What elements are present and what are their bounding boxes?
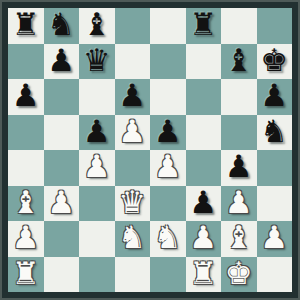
square-g6[interactable] xyxy=(221,79,257,115)
square-d3[interactable]: ♛ xyxy=(115,186,151,222)
square-g5[interactable] xyxy=(221,115,257,151)
board-frame: ♜♞♝♜♟♛♝♚♟♟♟♟♟♟♞♟♟♟♝♟♛♟♟♟♞♞♟♝♟♜♜♚ xyxy=(0,0,300,300)
square-f7[interactable] xyxy=(186,44,222,80)
piece-black-pawn[interactable]: ♟ xyxy=(47,45,75,76)
piece-black-queen[interactable]: ♛ xyxy=(83,45,111,76)
square-c7[interactable]: ♛ xyxy=(79,44,115,80)
square-f4[interactable] xyxy=(186,150,222,186)
piece-black-pawn[interactable]: ♟ xyxy=(154,116,182,147)
piece-black-rook[interactable]: ♜ xyxy=(12,9,40,40)
square-a6[interactable]: ♟ xyxy=(8,79,44,115)
square-h7[interactable]: ♚ xyxy=(257,44,293,80)
piece-black-pawn[interactable]: ♟ xyxy=(260,80,288,111)
piece-white-queen[interactable]: ♛ xyxy=(118,187,146,218)
square-b5[interactable] xyxy=(44,115,80,151)
square-a2[interactable]: ♟ xyxy=(8,221,44,257)
square-c6[interactable] xyxy=(79,79,115,115)
square-b4[interactable] xyxy=(44,150,80,186)
piece-white-rook[interactable]: ♜ xyxy=(12,258,40,289)
square-g4[interactable]: ♟ xyxy=(221,150,257,186)
piece-white-pawn[interactable]: ♟ xyxy=(225,187,253,218)
square-c4[interactable]: ♟ xyxy=(79,150,115,186)
piece-white-knight[interactable]: ♞ xyxy=(118,222,146,253)
square-e7[interactable] xyxy=(150,44,186,80)
square-d7[interactable] xyxy=(115,44,151,80)
square-h6[interactable]: ♟ xyxy=(257,79,293,115)
square-a4[interactable] xyxy=(8,150,44,186)
piece-white-pawn[interactable]: ♟ xyxy=(47,187,75,218)
square-e2[interactable]: ♞ xyxy=(150,221,186,257)
square-c5[interactable]: ♟ xyxy=(79,115,115,151)
square-b2[interactable] xyxy=(44,221,80,257)
square-a1[interactable]: ♜ xyxy=(8,257,44,293)
square-h5[interactable]: ♞ xyxy=(257,115,293,151)
square-g1[interactable]: ♚ xyxy=(221,257,257,293)
square-h8[interactable] xyxy=(257,8,293,44)
piece-black-pawn[interactable]: ♟ xyxy=(83,116,111,147)
piece-white-pawn[interactable]: ♟ xyxy=(154,151,182,182)
piece-white-pawn[interactable]: ♟ xyxy=(118,116,146,147)
piece-white-pawn[interactable]: ♟ xyxy=(260,222,288,253)
square-c1[interactable] xyxy=(79,257,115,293)
square-e6[interactable] xyxy=(150,79,186,115)
piece-black-bishop[interactable]: ♝ xyxy=(225,45,253,76)
square-h3[interactable] xyxy=(257,186,293,222)
piece-white-rook[interactable]: ♜ xyxy=(189,258,217,289)
square-f6[interactable] xyxy=(186,79,222,115)
piece-black-bishop[interactable]: ♝ xyxy=(83,9,111,40)
square-f5[interactable] xyxy=(186,115,222,151)
square-d6[interactable]: ♟ xyxy=(115,79,151,115)
square-e1[interactable] xyxy=(150,257,186,293)
square-c2[interactable] xyxy=(79,221,115,257)
square-b6[interactable] xyxy=(44,79,80,115)
square-f3[interactable]: ♟ xyxy=(186,186,222,222)
piece-white-pawn[interactable]: ♟ xyxy=(83,151,111,182)
piece-white-pawn[interactable]: ♟ xyxy=(12,222,40,253)
square-f2[interactable]: ♟ xyxy=(186,221,222,257)
square-g8[interactable] xyxy=(221,8,257,44)
square-g7[interactable]: ♝ xyxy=(221,44,257,80)
piece-white-bishop[interactable]: ♝ xyxy=(12,187,40,218)
square-e8[interactable] xyxy=(150,8,186,44)
piece-black-pawn[interactable]: ♟ xyxy=(12,80,40,111)
square-c3[interactable] xyxy=(79,186,115,222)
square-e3[interactable] xyxy=(150,186,186,222)
square-a8[interactable]: ♜ xyxy=(8,8,44,44)
square-d2[interactable]: ♞ xyxy=(115,221,151,257)
square-g3[interactable]: ♟ xyxy=(221,186,257,222)
square-e4[interactable]: ♟ xyxy=(150,150,186,186)
square-h1[interactable] xyxy=(257,257,293,293)
square-d1[interactable] xyxy=(115,257,151,293)
square-a7[interactable] xyxy=(8,44,44,80)
square-d5[interactable]: ♟ xyxy=(115,115,151,151)
square-g2[interactable]: ♝ xyxy=(221,221,257,257)
square-b7[interactable]: ♟ xyxy=(44,44,80,80)
chess-board: ♜♞♝♜♟♛♝♚♟♟♟♟♟♟♞♟♟♟♝♟♛♟♟♟♞♞♟♝♟♜♜♚ xyxy=(8,8,292,292)
square-b3[interactable]: ♟ xyxy=(44,186,80,222)
square-c8[interactable]: ♝ xyxy=(79,8,115,44)
square-h2[interactable]: ♟ xyxy=(257,221,293,257)
square-e5[interactable]: ♟ xyxy=(150,115,186,151)
square-b8[interactable]: ♞ xyxy=(44,8,80,44)
chess-diagram: ♜♞♝♜♟♛♝♚♟♟♟♟♟♟♞♟♟♟♝♟♛♟♟♟♞♞♟♝♟♜♜♚ xyxy=(0,0,300,300)
square-a3[interactable]: ♝ xyxy=(8,186,44,222)
piece-black-pawn[interactable]: ♟ xyxy=(118,80,146,111)
piece-black-king[interactable]: ♚ xyxy=(260,45,288,76)
square-a5[interactable] xyxy=(8,115,44,151)
piece-black-rook[interactable]: ♜ xyxy=(189,9,217,40)
piece-white-bishop[interactable]: ♝ xyxy=(225,222,253,253)
square-d8[interactable] xyxy=(115,8,151,44)
square-b1[interactable] xyxy=(44,257,80,293)
square-h4[interactable] xyxy=(257,150,293,186)
piece-white-pawn[interactable]: ♟ xyxy=(189,222,217,253)
piece-white-king[interactable]: ♚ xyxy=(225,258,253,289)
piece-white-knight[interactable]: ♞ xyxy=(154,222,182,253)
square-f1[interactable]: ♜ xyxy=(186,257,222,293)
piece-black-pawn[interactable]: ♟ xyxy=(189,187,217,218)
square-f8[interactable]: ♜ xyxy=(186,8,222,44)
piece-black-knight[interactable]: ♞ xyxy=(47,9,75,40)
piece-black-pawn[interactable]: ♟ xyxy=(225,151,253,182)
piece-black-knight[interactable]: ♞ xyxy=(260,116,288,147)
square-d4[interactable] xyxy=(115,150,151,186)
